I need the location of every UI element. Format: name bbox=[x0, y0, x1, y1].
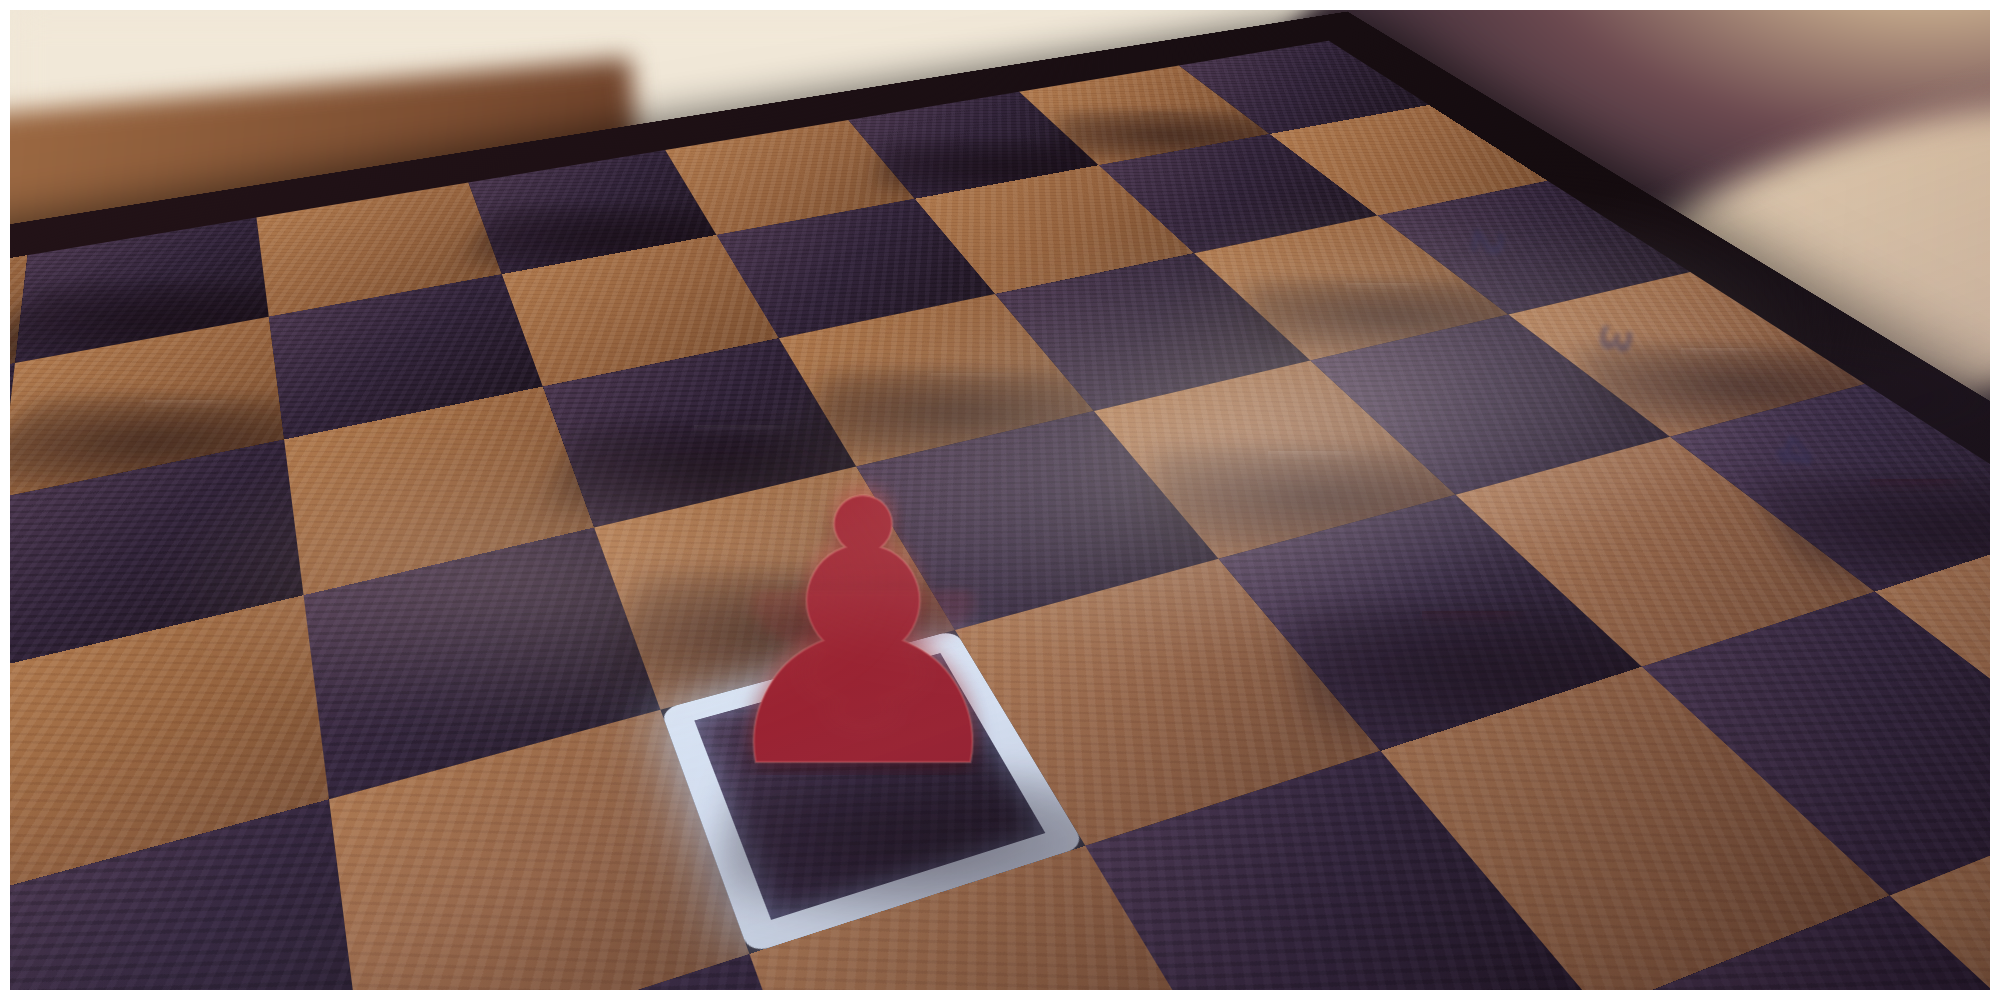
pawn-glyph: ♟ bbox=[1738, 221, 2000, 514]
board-grid: ♜♞♚♝♞♟♟♜♝♟♛♟♟♟♟♟ bbox=[0, 41, 2000, 1000]
pawn-glyph: ♟ bbox=[699, 453, 1027, 818]
pawn-glyph: ♟ bbox=[1276, 324, 1568, 649]
rook-glyph: ♜ bbox=[0, 82, 19, 362]
pawn-glyph: ♟ bbox=[22, 159, 267, 433]
chess-scene: ♜♞♚♝♞♟♟♜♝♟♛♟♟♟♟♟ 2 3 4 bbox=[0, 0, 2000, 1000]
chess-board: ♜♞♚♝♞♟♟♜♝♟♛♟♟♟♟♟ bbox=[0, 11, 2000, 1000]
board-border: ♜♞♚♝♞♟♟♜♝♟♛♟♟♟♟♟ bbox=[0, 11, 2000, 1000]
